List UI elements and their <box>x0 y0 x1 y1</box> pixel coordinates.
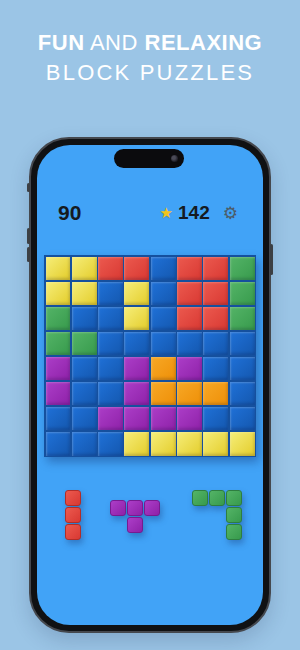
piece-block <box>192 490 208 506</box>
board-cell-r4c3[interactable] <box>98 332 123 356</box>
board-cell-r1c2[interactable] <box>72 257 97 281</box>
piece-block <box>127 500 143 516</box>
board-cell-r6c6[interactable] <box>177 382 202 406</box>
board-cell-r6c1[interactable] <box>46 382 71 406</box>
piece-block <box>110 500 126 516</box>
board-cell-r2c5[interactable] <box>151 282 176 306</box>
star-icon: ★ <box>160 204 173 222</box>
board-cell-r8c7[interactable] <box>203 432 228 456</box>
board-cell-r3c5[interactable] <box>151 307 176 331</box>
board-cell-r6c4[interactable] <box>124 382 149 406</box>
board-cell-r7c4[interactable] <box>124 407 149 431</box>
board-cell-r3c7[interactable] <box>203 307 228 331</box>
piece-block <box>144 500 160 516</box>
action-button <box>27 183 30 192</box>
volume-up-button <box>27 228 30 244</box>
piece-block <box>65 507 81 523</box>
board-cell-r1c6[interactable] <box>177 257 202 281</box>
board-grid <box>44 255 256 457</box>
board-cell-r2c7[interactable] <box>203 282 228 306</box>
board-cell-r5c3[interactable] <box>98 357 123 381</box>
board-cell-r3c4[interactable] <box>124 307 149 331</box>
board-cell-r5c6[interactable] <box>177 357 202 381</box>
board-cell-r2c2[interactable] <box>72 282 97 306</box>
board-cell-r4c6[interactable] <box>177 332 202 356</box>
board-cell-r3c6[interactable] <box>177 307 202 331</box>
board-cell-r7c1[interactable] <box>46 407 71 431</box>
tagline-and: AND <box>85 30 145 55</box>
tagline-fun: FUN <box>38 30 85 55</box>
settings-gear-icon[interactable]: ⚙ <box>223 203 238 224</box>
board-cell-r5c5[interactable] <box>151 357 176 381</box>
board-cell-r4c8[interactable] <box>230 332 255 356</box>
hud-bar: 90 ★ 142 ⚙ <box>37 199 263 227</box>
tagline-relaxing: RELAXING <box>145 30 263 55</box>
board-cell-r6c5[interactable] <box>151 382 176 406</box>
board-cell-r1c3[interactable] <box>98 257 123 281</box>
board-cell-r5c2[interactable] <box>72 357 97 381</box>
board-cell-r4c2[interactable] <box>72 332 97 356</box>
board-cell-r4c1[interactable] <box>46 332 71 356</box>
board-cell-r1c1[interactable] <box>46 257 71 281</box>
piece-block <box>209 490 225 506</box>
board-cell-r3c2[interactable] <box>72 307 97 331</box>
piece-block <box>65 524 81 540</box>
volume-down-button <box>27 247 30 262</box>
camera-icon <box>171 155 178 162</box>
board-cell-r5c4[interactable] <box>124 357 149 381</box>
board-cell-r8c8[interactable] <box>230 432 255 456</box>
board-cell-r8c4[interactable] <box>124 432 149 456</box>
board-cell-r3c8[interactable] <box>230 307 255 331</box>
board-cell-r7c3[interactable] <box>98 407 123 431</box>
board-cell-r6c3[interactable] <box>98 382 123 406</box>
hud-right-group: ★ 142 ⚙ <box>160 202 238 224</box>
board-cell-r5c1[interactable] <box>46 357 71 381</box>
tagline-line1: FUN AND RELAXING <box>0 28 300 58</box>
tray-piece-purple-t[interactable] <box>110 500 160 533</box>
power-button <box>270 244 273 275</box>
piece-block <box>226 490 242 506</box>
board-cell-r1c4[interactable] <box>124 257 149 281</box>
board-cell-r4c7[interactable] <box>203 332 228 356</box>
piece-block <box>65 490 81 506</box>
tagline-line2: BLOCK PUZZLES <box>0 58 300 88</box>
score-value: 90 <box>58 201 81 225</box>
board-cell-r5c8[interactable] <box>230 357 255 381</box>
board-cell-r2c4[interactable] <box>124 282 149 306</box>
board-cell-r7c2[interactable] <box>72 407 97 431</box>
board-cell-r7c7[interactable] <box>203 407 228 431</box>
star-count: 142 <box>178 202 210 224</box>
board-cell-r5c7[interactable] <box>203 357 228 381</box>
piece-block <box>226 524 242 540</box>
board-cell-r6c2[interactable] <box>72 382 97 406</box>
board-cell-r1c8[interactable] <box>230 257 255 281</box>
phone-frame: 90 ★ 142 ⚙ <box>29 137 271 633</box>
board-cell-r8c1[interactable] <box>46 432 71 456</box>
board-cell-r6c8[interactable] <box>230 382 255 406</box>
board-cell-r6c7[interactable] <box>203 382 228 406</box>
board-cell-r7c6[interactable] <box>177 407 202 431</box>
dynamic-island <box>114 149 184 168</box>
board-cell-r7c8[interactable] <box>230 407 255 431</box>
board-cell-r4c4[interactable] <box>124 332 149 356</box>
piece-block <box>226 507 242 523</box>
board-cell-r1c7[interactable] <box>203 257 228 281</box>
board-cell-r2c1[interactable] <box>46 282 71 306</box>
board-cell-r2c8[interactable] <box>230 282 255 306</box>
board-cell-r8c3[interactable] <box>98 432 123 456</box>
board-cell-r8c6[interactable] <box>177 432 202 456</box>
piece-block <box>127 517 143 533</box>
board-cell-r3c1[interactable] <box>46 307 71 331</box>
board-cell-r3c3[interactable] <box>98 307 123 331</box>
tray-piece-green-corner[interactable] <box>192 490 242 540</box>
board-cell-r2c3[interactable] <box>98 282 123 306</box>
board-cell-r8c2[interactable] <box>72 432 97 456</box>
tagline: FUN AND RELAXING BLOCK PUZZLES <box>0 28 300 88</box>
board-cell-r4c5[interactable] <box>151 332 176 356</box>
board-cell-r2c6[interactable] <box>177 282 202 306</box>
game-screen: 90 ★ 142 ⚙ <box>37 145 263 625</box>
board-cell-r8c5[interactable] <box>151 432 176 456</box>
tray-piece-red-i3[interactable] <box>65 490 81 540</box>
board-cell-r1c5[interactable] <box>151 257 176 281</box>
board-cell-r7c5[interactable] <box>151 407 176 431</box>
